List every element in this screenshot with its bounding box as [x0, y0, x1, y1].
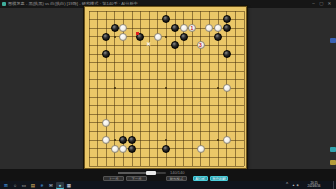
board-gridline	[89, 97, 244, 98]
star-point	[217, 87, 219, 89]
star-point	[114, 87, 116, 89]
stone-black[interactable]	[223, 50, 231, 58]
stone-white[interactable]	[180, 24, 188, 32]
stone-white[interactable]	[119, 145, 127, 153]
stone-black[interactable]	[128, 136, 136, 144]
tray-icon-0[interactable]: ▲	[292, 184, 295, 187]
stone-white[interactable]	[119, 33, 127, 41]
board-gridline	[89, 114, 244, 115]
taskbar: ^ 20:15 2024/6/16 ⊞○▭▤e✉●▦▲◈	[0, 181, 336, 189]
stone-white[interactable]	[154, 33, 162, 41]
desktop-icon-sliver-1	[330, 147, 336, 152]
move-slider-handle[interactable]	[146, 171, 156, 175]
desktop-icon-sliver-2	[330, 160, 336, 165]
x-marker: ✕	[146, 42, 151, 48]
taskbar-icon-start[interactable]: ⊞	[2, 182, 10, 189]
star-point	[114, 139, 116, 141]
board-gridline	[235, 11, 236, 166]
taskbar-icon-file-explorer[interactable]: ▤	[29, 182, 37, 189]
taskbar-icon-edge-browser[interactable]: e	[38, 182, 46, 189]
taskbar-icon-task-view[interactable]: ▭	[20, 182, 28, 189]
taskbar-icon-mail[interactable]: ✉	[47, 182, 55, 189]
stone-black[interactable]	[223, 24, 231, 32]
stone-white[interactable]	[102, 136, 110, 144]
stone-black[interactable]	[223, 15, 231, 23]
star-point	[165, 139, 167, 141]
maximize-button[interactable]: ▢	[318, 1, 325, 7]
stone-black[interactable]	[162, 15, 170, 23]
board-gridline	[89, 166, 244, 167]
board-gridline	[244, 11, 245, 166]
star-point	[165, 36, 167, 38]
last-move-marker	[136, 32, 139, 35]
stone-black[interactable]	[171, 24, 179, 32]
desktop-icon-sliver-0	[330, 38, 336, 43]
taskbar-icon-notepad[interactable]: ▦	[65, 182, 73, 189]
stone-white[interactable]	[197, 145, 205, 153]
close-button[interactable]: ✕	[326, 1, 333, 7]
taskbar-icon-go-app[interactable]: ●	[56, 182, 64, 189]
stone-black[interactable]	[119, 136, 127, 144]
star-point	[114, 36, 116, 38]
stone-black[interactable]	[180, 33, 188, 41]
board-gridline	[209, 11, 210, 166]
stone-white[interactable]	[102, 119, 110, 127]
board-gridline	[89, 105, 244, 106]
minimize-button[interactable]: –	[310, 1, 317, 7]
app-icon	[2, 2, 6, 6]
stone-black[interactable]	[102, 33, 110, 41]
stone-black[interactable]	[102, 50, 110, 58]
stone-white[interactable]	[214, 24, 222, 32]
board-gridline	[89, 122, 244, 123]
stone-black[interactable]	[171, 41, 179, 49]
tray-chevron-icon[interactable]: ^	[286, 182, 288, 187]
board-gridline	[200, 11, 201, 166]
board-gridline	[192, 11, 193, 166]
clock-date: 2024/6/16	[301, 185, 327, 188]
board-gridline	[89, 131, 244, 132]
stone-move-number: 3	[196, 41, 204, 49]
move-slider[interactable]	[118, 172, 166, 174]
stone-black[interactable]	[162, 145, 170, 153]
move-counter: 140/140	[170, 170, 184, 175]
board-gridline	[89, 157, 244, 158]
stone-black[interactable]	[111, 24, 119, 32]
stone-white[interactable]	[223, 84, 231, 92]
stone-move-number: 1	[188, 24, 196, 32]
stone-white[interactable]	[223, 136, 231, 144]
taskbar-clock[interactable]: 20:15 2024/6/16	[301, 182, 327, 189]
go-board[interactable]: 13✕	[84, 6, 247, 169]
stone-white[interactable]	[119, 24, 127, 32]
app-window: 围棋复盘 - 黑(执黑) vs 白(执白) [19路] - 研究模式 · 第14…	[0, 0, 336, 189]
board-gridline	[175, 11, 176, 166]
stone-white[interactable]	[205, 24, 213, 32]
stone-black[interactable]	[214, 33, 222, 41]
tray-icon-1[interactable]: ◈	[297, 184, 300, 187]
bottom-control-bar: 140/140 上一步 下一步 研究模式 AI分析 形势判断	[0, 169, 336, 181]
taskbar-icon-search[interactable]: ○	[11, 182, 19, 189]
stone-white[interactable]	[111, 145, 119, 153]
stone-black[interactable]	[128, 145, 136, 153]
star-point	[217, 139, 219, 141]
